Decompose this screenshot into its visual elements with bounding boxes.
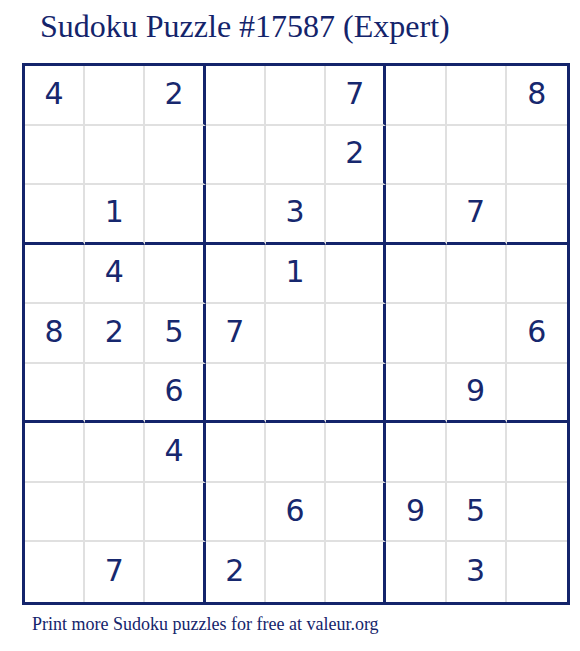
cell-r1c7: [386, 66, 446, 126]
page-title: Sudoku Puzzle #17587 (Expert): [40, 8, 450, 45]
cell-r5c1: 8: [25, 304, 85, 364]
given-digit: 5: [165, 317, 184, 349]
given-digit: 9: [406, 496, 425, 528]
cell-r2c8: [447, 126, 507, 186]
cell-r7c5: [266, 423, 326, 483]
cell-r3c8: 7: [447, 185, 507, 245]
cell-r3c1: [25, 185, 85, 245]
cell-r9c2: 7: [85, 542, 145, 602]
cell-r6c6: [326, 364, 386, 424]
given-digit: 7: [466, 197, 485, 229]
given-digit: 9: [466, 376, 485, 408]
cell-r8c1: [25, 483, 85, 543]
cell-r3c3: [145, 185, 205, 245]
cell-r9c4: 2: [206, 542, 266, 602]
given-digit: 3: [466, 556, 485, 588]
cell-r9c7: [386, 542, 446, 602]
cell-r1c3: 2: [145, 66, 205, 126]
cell-r5c6: [326, 304, 386, 364]
cell-r1c9: 8: [507, 66, 567, 126]
cell-r5c8: [447, 304, 507, 364]
cell-r4c3: [145, 245, 205, 305]
cell-r8c8: 5: [447, 483, 507, 543]
cell-r2c3: [145, 126, 205, 186]
cell-r8c6: [326, 483, 386, 543]
cell-r6c4: [206, 364, 266, 424]
cell-r6c7: [386, 364, 446, 424]
cell-r4c7: [386, 245, 446, 305]
cell-r5c9: 6: [507, 304, 567, 364]
cell-r2c9: [507, 126, 567, 186]
cell-r2c2: [85, 126, 145, 186]
cell-r3c5: 3: [266, 185, 326, 245]
cell-r9c5: [266, 542, 326, 602]
cell-r2c4: [206, 126, 266, 186]
cell-r8c9: [507, 483, 567, 543]
cell-r3c2: 1: [85, 185, 145, 245]
cell-r6c8: 9: [447, 364, 507, 424]
given-digit: 2: [225, 556, 244, 588]
cell-r6c9: [507, 364, 567, 424]
cell-r4c1: [25, 245, 85, 305]
sudoku-board: 427821374182576694695723: [22, 63, 570, 605]
cell-r9c8: 3: [447, 542, 507, 602]
cell-r8c4: [206, 483, 266, 543]
cell-r8c2: [85, 483, 145, 543]
given-digit: 2: [165, 79, 184, 111]
cell-r9c3: [145, 542, 205, 602]
cell-r5c2: 2: [85, 304, 145, 364]
cell-r1c6: 7: [326, 66, 386, 126]
cell-r1c5: [266, 66, 326, 126]
cell-r3c6: [326, 185, 386, 245]
cell-r8c5: 6: [266, 483, 326, 543]
cell-r5c5: [266, 304, 326, 364]
given-digit: 7: [345, 79, 364, 111]
cell-r3c9: [507, 185, 567, 245]
given-digit: 7: [105, 556, 124, 588]
cell-r7c7: [386, 423, 446, 483]
cell-r4c9: [507, 245, 567, 305]
cell-r7c8: [447, 423, 507, 483]
cell-r6c5: [266, 364, 326, 424]
given-digit: 4: [105, 257, 124, 289]
cell-r7c1: [25, 423, 85, 483]
given-digit: 6: [285, 496, 304, 528]
given-digit: 7: [225, 317, 244, 349]
given-digit: 3: [285, 197, 304, 229]
cell-r8c3: [145, 483, 205, 543]
cell-r4c8: [447, 245, 507, 305]
cell-r6c1: [25, 364, 85, 424]
cell-r2c6: 2: [326, 126, 386, 186]
given-digit: 1: [285, 257, 304, 289]
cell-r5c3: 5: [145, 304, 205, 364]
cell-r4c6: [326, 245, 386, 305]
cell-r7c6: [326, 423, 386, 483]
given-digit: 5: [466, 496, 485, 528]
given-digit: 1: [105, 197, 124, 229]
cell-r2c5: [266, 126, 326, 186]
given-digit: 4: [165, 436, 184, 468]
given-digit: 6: [527, 317, 546, 349]
cell-r4c4: [206, 245, 266, 305]
footer-text: Print more Sudoku puzzles for free at va…: [32, 614, 379, 635]
cell-r3c4: [206, 185, 266, 245]
given-digit: 2: [105, 317, 124, 349]
cell-r4c5: 1: [266, 245, 326, 305]
cell-r7c9: [507, 423, 567, 483]
given-digit: 2: [345, 138, 364, 170]
cell-r1c4: [206, 66, 266, 126]
cell-r2c1: [25, 126, 85, 186]
cell-r5c7: [386, 304, 446, 364]
cell-r7c2: [85, 423, 145, 483]
cell-r9c6: [326, 542, 386, 602]
cell-r8c7: 9: [386, 483, 446, 543]
given-digit: 8: [45, 317, 64, 349]
cell-r9c9: [507, 542, 567, 602]
cell-r6c3: 6: [145, 364, 205, 424]
cell-r3c7: [386, 185, 446, 245]
cell-r5c4: 7: [206, 304, 266, 364]
cell-r7c4: [206, 423, 266, 483]
cell-r4c2: 4: [85, 245, 145, 305]
given-digit: 4: [45, 79, 64, 111]
cell-r2c7: [386, 126, 446, 186]
given-digit: 8: [527, 79, 546, 111]
cell-r9c1: [25, 542, 85, 602]
cell-r6c2: [85, 364, 145, 424]
cell-r1c8: [447, 66, 507, 126]
cell-r7c3: 4: [145, 423, 205, 483]
given-digit: 6: [165, 376, 184, 408]
cell-r1c1: 4: [25, 66, 85, 126]
cell-r1c2: [85, 66, 145, 126]
